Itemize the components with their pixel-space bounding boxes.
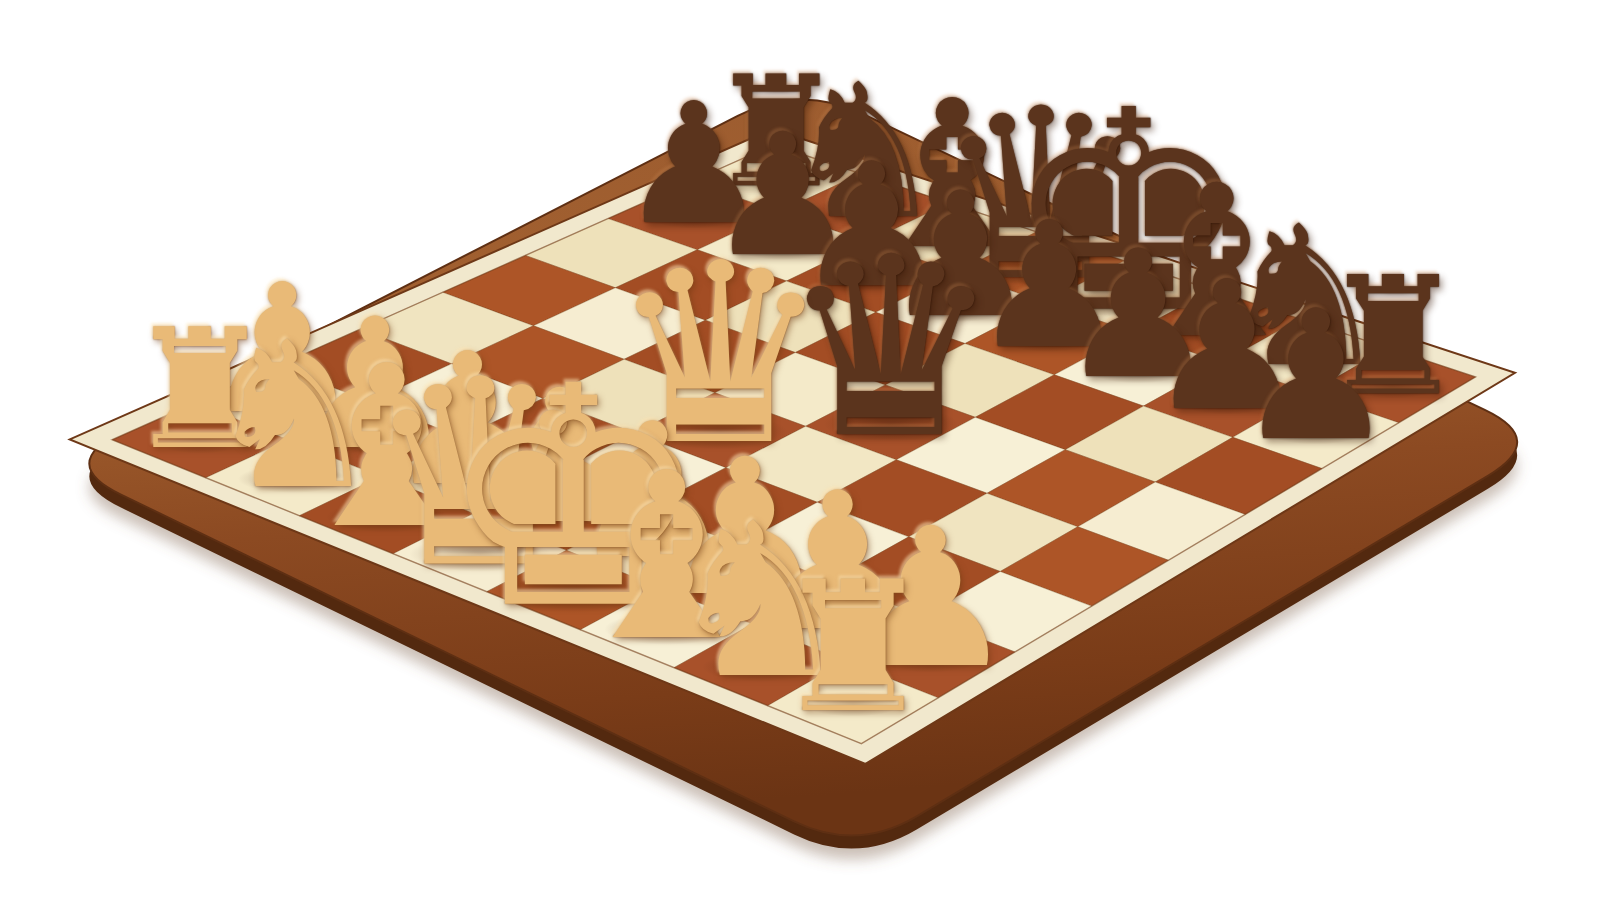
- chess-board: [0, 0, 1600, 900]
- chessboard-product-photo: ♜♞♝♛♚♝♞♜♟♟♟♟♟♟♟♟♛♛♟♟♟♟♟♟♟♟♜♞♝♛♚♝♞♜: [0, 0, 1600, 900]
